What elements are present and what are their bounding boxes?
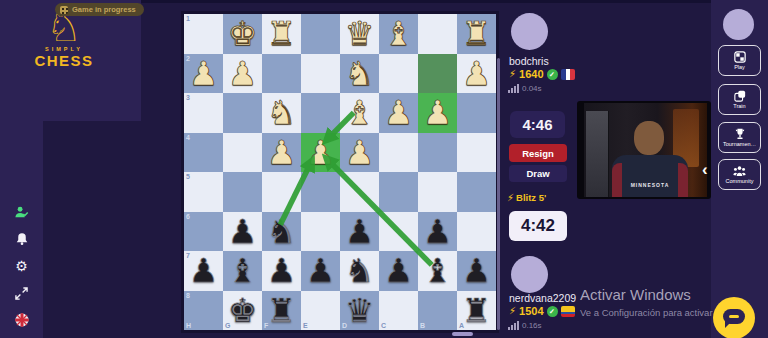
square-b5[interactable] [418,172,457,212]
square-h3[interactable]: 3 [184,93,223,133]
online-friends-icon[interactable] [14,204,30,220]
square-b6[interactable]: ♟ [418,212,457,252]
square-c8[interactable]: C [379,291,418,331]
square-c1[interactable]: ♝ [379,14,418,54]
square-d6[interactable]: ♟ [340,212,379,252]
square-a2[interactable]: ♟ [457,54,496,94]
rail-icons: ⚙ [0,204,43,328]
blitz-bolt-icon: ⚡ [509,69,516,79]
square-f7[interactable]: ♟ [262,251,301,291]
piece-wN-f3[interactable]: ♞ [262,93,301,133]
square-b1[interactable] [418,14,457,54]
webcam-shirt-text: MINNESOTA [612,182,688,188]
piece-bP-c7[interactable]: ♟ [379,251,418,291]
square-g3[interactable] [223,93,262,133]
piece-bB-g7[interactable]: ♝ [223,251,262,291]
square-f3[interactable]: ♞ [262,93,301,133]
piece-wP-f4[interactable]: ♟ [262,133,301,173]
piece-bB-b7[interactable]: ♝ [418,251,457,291]
ecuador-flag-icon [561,306,575,317]
resign-button[interactable]: Resign [509,144,567,162]
chat-bubble-dash [729,315,739,318]
file-label: F [264,322,268,329]
square-b4[interactable] [418,133,457,173]
player-avatar[interactable] [511,256,548,293]
verified-badge-icon: ✓ [547,69,558,80]
piece-wP-b3[interactable]: ♟ [418,93,457,133]
square-g2[interactable]: ♟ [223,54,262,94]
player-rating-row: ⚡ 1504 ✓ [509,305,575,317]
player-name[interactable]: nerdvana2209 [509,292,576,304]
time-control-label: ⚡ Blitz 5' [507,192,546,203]
square-c3[interactable]: ♟ [379,93,418,133]
piece-wB-d3[interactable]: ♝ [340,93,379,133]
signal-bars-icon [508,84,519,93]
piece-bP-b6[interactable]: ♟ [418,212,457,252]
player-latency-row: 0.16s [508,321,542,330]
sidebar-item-play[interactable]: Play [718,45,761,76]
file-label: E [303,322,308,329]
square-c2[interactable] [379,54,418,94]
square-b7[interactable]: ♝ [418,251,457,291]
file-label: H [186,322,191,329]
user-avatar[interactable] [723,9,754,40]
webcam-frame: MINNESOTA [584,103,707,197]
piece-wR-a1[interactable]: ♜ [457,14,496,54]
square-b8[interactable]: B [418,291,457,331]
square-a3[interactable] [457,93,496,133]
square-d8[interactable]: D♛ [340,291,379,331]
sidebar-item-label: Community [726,178,754,184]
square-h4[interactable]: 4 [184,133,223,173]
square-d3[interactable]: ♝ [340,93,379,133]
square-d2[interactable]: ♞ [340,54,379,94]
square-e8[interactable]: E [301,291,340,331]
square-h1[interactable]: 1 [184,14,223,54]
piece-wP-d4[interactable]: ♟ [340,133,379,173]
sidebar-item-tournaments[interactable]: Tournamen… [718,122,761,153]
piece-wK-g1[interactable]: ♚ [223,14,262,54]
piece-wP-g2[interactable]: ♟ [223,54,262,94]
square-f5[interactable] [262,172,301,212]
piece-bP-g6[interactable]: ♟ [223,212,262,252]
square-h2[interactable]: 2♟ [184,54,223,94]
opponent-avatar[interactable] [511,13,548,50]
opponent-rating: 1640 [519,68,543,80]
square-c4[interactable] [379,133,418,173]
player-rating: 1504 [519,305,543,317]
square-e6[interactable] [301,212,340,252]
rank-label: 7 [186,252,190,259]
square-c6[interactable] [379,212,418,252]
square-f2[interactable] [262,54,301,94]
square-g8[interactable]: G♚ [223,291,262,331]
square-h8[interactable]: 8H [184,291,223,331]
rank-label: 4 [186,134,190,141]
square-e4[interactable]: ♟ [301,133,340,173]
square-e7[interactable]: ♟ [301,251,340,291]
train-icon [734,90,746,102]
piece-wQ-d1[interactable]: ♛ [340,14,379,54]
piece-bN-f6[interactable]: ♞ [262,212,301,252]
square-c5[interactable] [379,172,418,212]
community-people-icon [733,165,746,177]
time-control-text: Blitz 5' [516,192,546,203]
opponent-rating-row: ⚡ 1640 ✓ [509,68,575,80]
sidebar-item-label: Train [733,103,745,109]
horizontal-scrollbar[interactable] [452,332,473,336]
square-d1[interactable]: ♛ [340,14,379,54]
board: 1♚♜♛♝♜2♟♟♞♟3♞♝♟♟4♟♟♟56♟♞♟♟7♟♝♟♟♞♟♝♟8HG♚F… [184,14,496,330]
opponent-latency: 0.04s [522,84,542,93]
vertical-scrollbar[interactable] [497,58,500,330]
opponent-name[interactable]: bodchris [509,55,549,67]
square-e2[interactable] [301,54,340,94]
rank-label: 5 [186,173,190,180]
draw-button[interactable]: Draw [509,165,567,182]
rank-label: 3 [186,94,190,101]
fullscreen-expand-icon[interactable] [14,285,30,301]
sidebar-item-label: Tournamen… [723,141,756,147]
square-d4[interactable]: ♟ [340,133,379,173]
notifications-bell-icon[interactable] [14,231,30,247]
square-b3[interactable]: ♟ [418,93,457,133]
signal-bars-icon [508,321,519,330]
square-g7[interactable]: ♝ [223,251,262,291]
webcam-person-head [634,121,664,155]
piece-bP-e7[interactable]: ♟ [301,251,340,291]
square-g1[interactable]: ♚ [223,14,262,54]
square-a1[interactable]: ♜ [457,14,496,54]
square-g6[interactable]: ♟ [223,212,262,252]
board-mini-icon [60,6,68,14]
opponent-clock: 4:46 [510,111,565,138]
settings-gear-icon[interactable]: ⚙ [14,258,30,274]
rank-label: 6 [186,213,190,220]
france-flag-icon [561,69,575,80]
square-f1[interactable]: ♜ [262,14,301,54]
game-in-progress-badge: Game in progress [55,3,144,16]
sidebar-item-community[interactable]: Community [718,159,761,190]
piece-bN-d7[interactable]: ♞ [340,251,379,291]
game-in-progress-label: Game in progress [72,5,136,14]
webcam-background [586,111,609,197]
piece-bP-f7[interactable]: ♟ [262,251,301,291]
time-control-bolt-icon: ⚡ [507,193,514,203]
square-a7[interactable]: ♟ [457,251,496,291]
square-f6[interactable]: ♞ [262,212,301,252]
blitz-bolt-icon: ⚡ [509,306,516,316]
file-label: B [420,322,425,329]
square-c7[interactable]: ♟ [379,251,418,291]
piece-bP-d6[interactable]: ♟ [340,212,379,252]
square-e1[interactable] [301,14,340,54]
verified-badge-icon: ✓ [547,306,558,317]
square-h6[interactable]: 6 [184,212,223,252]
file-label: A [459,322,464,329]
webcam-person: MINNESOTA [612,155,688,197]
square-a5[interactable] [457,172,496,212]
chat-button[interactable] [713,297,755,338]
square-g5[interactable] [223,172,262,212]
opponent-latency-row: 0.04s [508,84,542,93]
player-clock: 4:42 [509,211,567,241]
piece-wN-d2[interactable]: ♞ [340,54,379,94]
file-label: D [342,322,347,329]
app-window: ♘ SIMPLY CHESS Game in progress ⚙ 1♚♜♛♝♜… [0,0,768,338]
sidebar-item-train[interactable]: Train [718,84,761,115]
piece-wP-c3[interactable]: ♟ [379,93,418,133]
collapse-panel-chevron[interactable]: ‹ [702,160,708,180]
language-flag-icon[interactable] [14,312,30,328]
square-e3[interactable] [301,93,340,133]
square-f4[interactable]: ♟ [262,133,301,173]
trophy-icon [734,128,746,140]
piece-wR-f1[interactable]: ♜ [262,14,301,54]
logo-line2: CHESS [18,52,110,69]
square-e5[interactable] [301,172,340,212]
square-a8[interactable]: A♜ [457,291,496,331]
rank-label: 2 [186,55,190,62]
square-g4[interactable] [223,133,262,173]
play-board-icon [734,51,746,63]
square-a6[interactable] [457,212,496,252]
piece-wP-e4[interactable]: ♟ [301,133,340,173]
player-latency: 0.16s [522,321,542,330]
file-label: C [381,322,386,329]
piece-bP-a7[interactable]: ♟ [457,251,496,291]
sidebar-item-label: Play [734,64,745,70]
piece-wP-a2[interactable]: ♟ [457,54,496,94]
square-b2[interactable] [418,54,457,94]
windows-activation-watermark: Activar Windows [580,286,691,303]
square-a4[interactable] [457,133,496,173]
board-frame: 1♚♜♛♝♜2♟♟♞♟3♞♝♟♟4♟♟♟56♟♞♟♟7♟♝♟♟♞♟♝♟8HG♚F… [181,11,499,333]
square-h7[interactable]: 7♟ [184,251,223,291]
webcam-video[interactable]: MINNESOTA [577,101,711,199]
square-d5[interactable] [340,172,379,212]
square-h5[interactable]: 5 [184,172,223,212]
square-f8[interactable]: F♜ [262,291,301,331]
rank-label: 8 [186,292,190,299]
file-label: G [225,322,230,329]
square-d7[interactable]: ♞ [340,251,379,291]
rank-label: 1 [186,15,190,22]
piece-wB-c1[interactable]: ♝ [379,14,418,54]
